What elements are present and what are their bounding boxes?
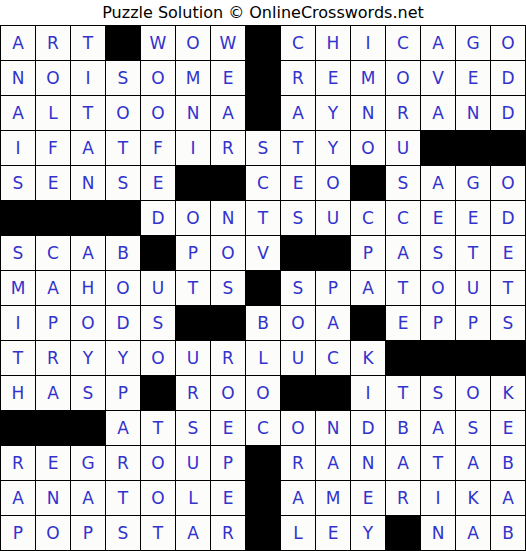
block-cell bbox=[106, 201, 140, 235]
letter-cell: S bbox=[491, 306, 525, 340]
letter-cell: O bbox=[106, 96, 140, 130]
letter-cell: P bbox=[176, 236, 210, 270]
letter-cell: Y bbox=[316, 131, 350, 165]
block-cell bbox=[386, 341, 420, 375]
letter-cell: A bbox=[421, 411, 455, 445]
letter-cell: C bbox=[246, 166, 280, 200]
letter-cell: S bbox=[106, 61, 140, 95]
letter-cell: C bbox=[386, 26, 420, 60]
letter-cell: B bbox=[491, 516, 525, 550]
letter-cell: A bbox=[421, 26, 455, 60]
block-cell bbox=[316, 376, 350, 410]
letter-cell: R bbox=[106, 446, 140, 480]
letter-cell: P bbox=[456, 306, 490, 340]
letter-cell: E bbox=[141, 166, 175, 200]
letter-cell: A bbox=[281, 481, 315, 515]
block-cell bbox=[246, 271, 280, 305]
letter-cell: A bbox=[421, 96, 455, 130]
letter-cell: L bbox=[176, 481, 210, 515]
block-cell bbox=[316, 236, 350, 270]
letter-cell: R bbox=[386, 96, 420, 130]
letter-cell: A bbox=[176, 516, 210, 550]
letter-cell: Y bbox=[351, 516, 385, 550]
block-cell bbox=[211, 166, 245, 200]
letter-cell: M bbox=[351, 61, 385, 95]
letter-cell: A bbox=[281, 96, 315, 130]
letter-cell: I bbox=[1, 306, 35, 340]
letter-cell: E bbox=[211, 411, 245, 445]
letter-cell: I bbox=[351, 26, 385, 60]
letter-cell: R bbox=[211, 516, 245, 550]
letter-cell: N bbox=[421, 516, 455, 550]
letter-cell: T bbox=[71, 26, 105, 60]
letter-cell: D bbox=[351, 411, 385, 445]
letter-cell: A bbox=[421, 166, 455, 200]
block-cell bbox=[1, 411, 35, 445]
letter-cell: U bbox=[176, 446, 210, 480]
letter-cell: S bbox=[141, 306, 175, 340]
letter-cell: E bbox=[421, 201, 455, 235]
letter-cell: S bbox=[421, 376, 455, 410]
letter-cell: A bbox=[456, 516, 490, 550]
block-cell bbox=[176, 306, 210, 340]
letter-cell: O bbox=[141, 61, 175, 95]
letter-cell: H bbox=[71, 271, 105, 305]
letter-cell: F bbox=[36, 131, 70, 165]
letter-cell: O bbox=[141, 446, 175, 480]
letter-cell: R bbox=[36, 341, 70, 375]
letter-cell: I bbox=[176, 131, 210, 165]
letter-cell: E bbox=[491, 411, 525, 445]
letter-cell: O bbox=[176, 201, 210, 235]
letter-cell: O bbox=[71, 306, 105, 340]
letter-cell: O bbox=[386, 61, 420, 95]
letter-cell: C bbox=[36, 236, 70, 270]
block-cell bbox=[211, 306, 245, 340]
block-cell bbox=[106, 26, 140, 60]
letter-cell: N bbox=[316, 411, 350, 445]
block-cell bbox=[176, 166, 210, 200]
letter-cell: I bbox=[71, 61, 105, 95]
block-cell bbox=[141, 376, 175, 410]
letter-cell: A bbox=[71, 481, 105, 515]
letter-cell: A bbox=[1, 481, 35, 515]
block-cell bbox=[246, 481, 280, 515]
letter-cell: D bbox=[491, 96, 525, 130]
letter-cell: E bbox=[456, 61, 490, 95]
letter-cell: A bbox=[211, 96, 245, 130]
letter-cell: B bbox=[491, 446, 525, 480]
letter-cell: N bbox=[1, 61, 35, 95]
letter-cell: A bbox=[1, 96, 35, 130]
letter-cell: U bbox=[281, 341, 315, 375]
letter-cell: A bbox=[36, 271, 70, 305]
letter-cell: I bbox=[421, 481, 455, 515]
block-cell bbox=[246, 61, 280, 95]
letter-cell: O bbox=[36, 61, 70, 95]
letter-cell: R bbox=[386, 481, 420, 515]
letter-cell: O bbox=[36, 516, 70, 550]
letter-cell: O bbox=[456, 376, 490, 410]
letter-cell: R bbox=[176, 376, 210, 410]
letter-cell: N bbox=[351, 446, 385, 480]
letter-cell: P bbox=[211, 446, 245, 480]
letter-cell: A bbox=[386, 236, 420, 270]
letter-cell: O bbox=[211, 376, 245, 410]
letter-cell: P bbox=[71, 516, 105, 550]
letter-cell: N bbox=[71, 166, 105, 200]
letter-cell: U bbox=[176, 341, 210, 375]
letter-cell: C bbox=[316, 341, 350, 375]
letter-cell: O bbox=[141, 481, 175, 515]
letter-cell: N bbox=[456, 96, 490, 130]
letter-cell: P bbox=[1, 516, 35, 550]
letter-cell: B bbox=[386, 411, 420, 445]
letter-cell: T bbox=[106, 481, 140, 515]
letter-cell: U bbox=[386, 131, 420, 165]
letter-cell: T bbox=[141, 411, 175, 445]
letter-cell: I bbox=[351, 376, 385, 410]
letter-cell: H bbox=[316, 26, 350, 60]
crossword-grid: ARTWOWCHICAGONOISOMEREMOVEDALTOONAAYNRAN… bbox=[0, 25, 526, 551]
letter-cell: U bbox=[316, 201, 350, 235]
block-cell bbox=[71, 411, 105, 445]
puzzle-solution-page: Puzzle Solution © OnlineCrosswords.net A… bbox=[0, 0, 526, 551]
letter-cell: V bbox=[246, 236, 280, 270]
letter-cell: T bbox=[176, 271, 210, 305]
letter-cell: R bbox=[281, 446, 315, 480]
letter-cell: E bbox=[211, 481, 245, 515]
block-cell bbox=[1, 201, 35, 235]
letter-cell: B bbox=[246, 306, 280, 340]
block-cell bbox=[71, 201, 105, 235]
letter-cell: O bbox=[141, 341, 175, 375]
letter-cell: C bbox=[351, 201, 385, 235]
letter-cell: O bbox=[351, 131, 385, 165]
letter-cell: K bbox=[491, 376, 525, 410]
letter-cell: E bbox=[211, 61, 245, 95]
letter-cell: T bbox=[491, 271, 525, 305]
block-cell bbox=[246, 446, 280, 480]
letter-cell: E bbox=[316, 61, 350, 95]
letter-cell: T bbox=[71, 96, 105, 130]
letter-cell: K bbox=[456, 481, 490, 515]
letter-cell: K bbox=[351, 341, 385, 375]
letter-cell: O bbox=[316, 166, 350, 200]
letter-cell: T bbox=[1, 341, 35, 375]
letter-cell: O bbox=[281, 411, 315, 445]
letter-cell: E bbox=[281, 166, 315, 200]
letter-cell: E bbox=[316, 516, 350, 550]
block-cell bbox=[456, 341, 490, 375]
block-cell bbox=[36, 201, 70, 235]
letter-cell: Y bbox=[106, 341, 140, 375]
letter-cell: R bbox=[281, 61, 315, 95]
letter-cell: C bbox=[281, 26, 315, 60]
letter-cell: A bbox=[106, 411, 140, 445]
letter-cell: D bbox=[106, 306, 140, 340]
block-cell bbox=[281, 236, 315, 270]
block-cell bbox=[246, 96, 280, 130]
letter-cell: R bbox=[211, 341, 245, 375]
block-cell bbox=[421, 131, 455, 165]
block-cell bbox=[246, 516, 280, 550]
block-cell bbox=[351, 166, 385, 200]
letter-cell: S bbox=[176, 411, 210, 445]
letter-cell: A bbox=[316, 306, 350, 340]
block-cell bbox=[491, 131, 525, 165]
letter-cell: T bbox=[456, 236, 490, 270]
letter-cell: T bbox=[421, 446, 455, 480]
letter-cell: U bbox=[456, 271, 490, 305]
letter-cell: C bbox=[246, 411, 280, 445]
letter-cell: A bbox=[71, 236, 105, 270]
letter-cell: U bbox=[141, 271, 175, 305]
letter-cell: E bbox=[36, 166, 70, 200]
letter-cell: L bbox=[281, 516, 315, 550]
letter-cell: R bbox=[211, 131, 245, 165]
letter-cell: M bbox=[176, 61, 210, 95]
letter-cell: O bbox=[211, 236, 245, 270]
letter-cell: D bbox=[491, 201, 525, 235]
letter-cell: S bbox=[106, 516, 140, 550]
letter-cell: O bbox=[491, 26, 525, 60]
letter-cell: G bbox=[456, 166, 490, 200]
letter-cell: N bbox=[351, 96, 385, 130]
letter-cell: W bbox=[211, 26, 245, 60]
letter-cell: S bbox=[211, 271, 245, 305]
letter-cell: O bbox=[281, 306, 315, 340]
letter-cell: O bbox=[141, 96, 175, 130]
letter-cell: S bbox=[246, 131, 280, 165]
block-cell bbox=[36, 411, 70, 445]
letter-cell: T bbox=[246, 201, 280, 235]
letter-cell: S bbox=[421, 236, 455, 270]
block-cell bbox=[491, 341, 525, 375]
page-title: Puzzle Solution © OnlineCrosswords.net bbox=[0, 0, 526, 25]
letter-cell: B bbox=[106, 236, 140, 270]
letter-cell: T bbox=[141, 516, 175, 550]
letter-cell: P bbox=[316, 271, 350, 305]
letter-cell: D bbox=[491, 61, 525, 95]
letter-cell: P bbox=[351, 236, 385, 270]
letter-cell: Y bbox=[316, 96, 350, 130]
letter-cell: R bbox=[36, 26, 70, 60]
letter-cell: S bbox=[456, 411, 490, 445]
letter-cell: S bbox=[281, 271, 315, 305]
block-cell bbox=[386, 516, 420, 550]
letter-cell: D bbox=[141, 201, 175, 235]
letter-cell: P bbox=[106, 376, 140, 410]
letter-cell: E bbox=[456, 201, 490, 235]
letter-cell: M bbox=[1, 271, 35, 305]
letter-cell: N bbox=[176, 96, 210, 130]
letter-cell: O bbox=[246, 376, 280, 410]
letter-cell: A bbox=[71, 131, 105, 165]
letter-cell: S bbox=[386, 166, 420, 200]
letter-cell: G bbox=[71, 446, 105, 480]
letter-cell: A bbox=[491, 481, 525, 515]
block-cell bbox=[421, 341, 455, 375]
letter-cell: S bbox=[1, 166, 35, 200]
letter-cell: S bbox=[1, 236, 35, 270]
letter-cell: C bbox=[386, 201, 420, 235]
letter-cell: F bbox=[141, 131, 175, 165]
letter-cell: W bbox=[141, 26, 175, 60]
letter-cell: P bbox=[421, 306, 455, 340]
letter-cell: S bbox=[281, 201, 315, 235]
letter-cell: M bbox=[316, 481, 350, 515]
letter-cell: H bbox=[1, 376, 35, 410]
block-cell bbox=[351, 306, 385, 340]
block-cell bbox=[141, 236, 175, 270]
letter-cell: S bbox=[71, 376, 105, 410]
letter-cell: S bbox=[106, 166, 140, 200]
letter-cell: N bbox=[211, 201, 245, 235]
letter-cell: O bbox=[421, 271, 455, 305]
block-cell bbox=[246, 26, 280, 60]
letter-cell: L bbox=[246, 341, 280, 375]
letter-cell: A bbox=[456, 446, 490, 480]
letter-cell: O bbox=[491, 166, 525, 200]
letter-cell: E bbox=[491, 236, 525, 270]
letter-cell: T bbox=[386, 376, 420, 410]
letter-cell: A bbox=[1, 26, 35, 60]
letter-cell: O bbox=[106, 271, 140, 305]
letter-cell: T bbox=[386, 271, 420, 305]
letter-cell: N bbox=[36, 481, 70, 515]
letter-cell: A bbox=[36, 376, 70, 410]
letter-cell: A bbox=[386, 446, 420, 480]
letter-cell: V bbox=[421, 61, 455, 95]
letter-cell: L bbox=[36, 96, 70, 130]
letter-cell: E bbox=[386, 306, 420, 340]
letter-cell: P bbox=[36, 306, 70, 340]
letter-cell: T bbox=[281, 131, 315, 165]
letter-cell: Y bbox=[71, 341, 105, 375]
block-cell bbox=[456, 131, 490, 165]
letter-cell: O bbox=[176, 26, 210, 60]
letter-cell: G bbox=[456, 26, 490, 60]
letter-cell: A bbox=[316, 446, 350, 480]
letter-cell: E bbox=[351, 481, 385, 515]
letter-cell: R bbox=[1, 446, 35, 480]
letter-cell: A bbox=[351, 271, 385, 305]
letter-cell: I bbox=[1, 131, 35, 165]
block-cell bbox=[281, 376, 315, 410]
letter-cell: T bbox=[106, 131, 140, 165]
letter-cell: E bbox=[36, 446, 70, 480]
